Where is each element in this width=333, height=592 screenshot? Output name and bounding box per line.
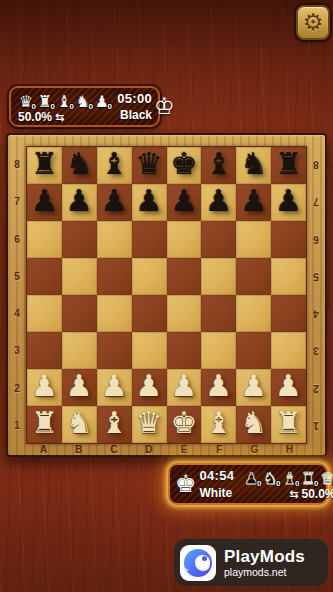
square-e6[interactable] (167, 221, 202, 258)
square-a6[interactable] (27, 221, 62, 258)
rank-label-2-left: 2 (8, 370, 26, 407)
square-e2[interactable]: ♟ (167, 369, 202, 406)
chess-app-screen: ⚙ ♛0♜0♝0♞0♟0 50.0% ⇆ 05:00 Black ♔ 87654… (0, 0, 333, 592)
black-captured-pieces: ♛0♜0♝0♞0♟0 (18, 91, 110, 110)
square-h6[interactable] (271, 221, 306, 258)
file-label-e: E (167, 444, 202, 455)
white-bishop-icon: ♝0 (56, 91, 72, 110)
square-a1[interactable]: ♜ (27, 406, 62, 443)
rank-label-8-left: 8 (8, 146, 26, 183)
square-c7[interactable]: ♟ (97, 184, 132, 221)
black-queen-piece[interactable]: ♛ (136, 148, 163, 178)
file-label-f: F (202, 444, 237, 455)
square-d1[interactable]: ♛ (132, 406, 167, 443)
white-knight-icon: ♞0 (75, 91, 91, 110)
white-pawn-piece[interactable]: ♟ (31, 370, 58, 400)
square-e5[interactable] (167, 258, 202, 295)
playmods-watermark[interactable]: ✦ PlayMods playmods.net (174, 539, 328, 586)
square-g1[interactable]: ♞ (236, 406, 271, 443)
white-queen-piece[interactable]: ♛ (136, 407, 163, 437)
square-b5[interactable] (62, 258, 97, 295)
square-b1[interactable]: ♞ (62, 406, 97, 443)
square-g2[interactable]: ♟ (236, 369, 271, 406)
white-clock: 04:54 (200, 468, 235, 483)
gear-icon: ⚙ (303, 11, 324, 34)
black-king-avatar-icon: ♔ (154, 91, 175, 122)
square-c2[interactable]: ♟ (97, 369, 132, 406)
square-g7[interactable]: ♟ (236, 184, 271, 221)
square-g3[interactable] (236, 332, 271, 369)
white-bishop-piece[interactable]: ♝ (101, 407, 128, 437)
rank-label-7-right: 7 (307, 183, 325, 220)
rank-label-7-left: 7 (8, 183, 26, 220)
square-d8[interactable]: ♛ (132, 147, 167, 184)
square-d2[interactable]: ♟ (132, 369, 167, 406)
file-label-c: C (96, 444, 131, 455)
rank-label-3-right: 3 (307, 332, 325, 369)
square-d5[interactable] (132, 258, 167, 295)
square-c8[interactable]: ♝ (97, 147, 132, 184)
square-e8[interactable]: ♚ (167, 147, 202, 184)
square-h1[interactable]: ♜ (271, 406, 306, 443)
rank-label-1-right: 1 (307, 407, 325, 444)
file-label-b: B (61, 444, 96, 455)
settings-button[interactable]: ⚙ (296, 5, 330, 40)
board-grid: ♜♞♝♛♚♝♞♜♟♟♟♟♟♟♟♟♟♟♟♟♟♟♟♟♜♞♝♛♚♝♞♜ (26, 146, 307, 444)
white-pawn-piece[interactable]: ♟ (101, 370, 128, 400)
playmods-logo-icon: ✦ (180, 545, 216, 581)
square-c6[interactable] (97, 221, 132, 258)
white-win-percent: 50.0% (301, 487, 333, 501)
rank-label-3-left: 3 (8, 332, 26, 369)
black-player-panel: ♛0♜0♝0♞0♟0 50.0% ⇆ 05:00 Black ♔ (9, 86, 160, 127)
chess-board: 87654321 87654321 ABCDEFGH ♜♞♝♛♚♝♞♜♟♟♟♟♟… (6, 133, 327, 457)
black-pawn-piece[interactable]: ♟ (170, 185, 197, 215)
white-knight-piece[interactable]: ♞ (66, 407, 93, 437)
square-b2[interactable]: ♟ (62, 369, 97, 406)
square-h4[interactable] (271, 295, 306, 332)
square-e7[interactable]: ♟ (167, 184, 202, 221)
white-pawn-piece[interactable]: ♟ (205, 370, 232, 400)
square-g5[interactable] (236, 258, 271, 295)
black-pawn-piece[interactable]: ♟ (66, 185, 93, 215)
black-rook-piece[interactable]: ♜ (31, 148, 58, 178)
rank-label-4-left: 4 (8, 295, 26, 332)
square-a8[interactable]: ♜ (27, 147, 62, 184)
black-bishop-piece[interactable]: ♝ (205, 148, 232, 178)
black-pawn-piece[interactable]: ♟ (101, 185, 128, 215)
white-rook-piece[interactable]: ♜ (275, 407, 302, 437)
white-king-piece[interactable]: ♚ (170, 407, 197, 437)
black-bishop-piece[interactable]: ♝ (101, 148, 128, 178)
black-pawn-piece[interactable]: ♟ (31, 185, 58, 215)
square-f7[interactable]: ♟ (201, 184, 236, 221)
white-pawn-piece[interactable]: ♟ (66, 370, 93, 400)
square-a5[interactable] (27, 258, 62, 295)
black-bishop-icon: ♝0 (282, 468, 298, 487)
white-captured-pieces: ♟0♞0♝0♜0♛0 (244, 468, 333, 487)
square-a2[interactable]: ♟ (27, 369, 62, 406)
square-e4[interactable] (167, 295, 202, 332)
white-pawn-piece[interactable]: ♟ (170, 370, 197, 400)
white-king-avatar-icon: ♚ (175, 468, 197, 500)
white-rook-piece[interactable]: ♜ (31, 407, 58, 437)
black-knight-piece[interactable]: ♞ (240, 148, 267, 178)
rank-label-5-right: 5 (307, 258, 325, 295)
white-pawn-icon: ♟0 (94, 91, 110, 110)
square-b3[interactable] (62, 332, 97, 369)
white-player-name: White (200, 486, 233, 500)
white-pawn-piece[interactable]: ♟ (240, 370, 267, 400)
square-a3[interactable] (27, 332, 62, 369)
square-b8[interactable]: ♞ (62, 147, 97, 184)
square-f5[interactable] (201, 258, 236, 295)
square-e1[interactable]: ♚ (167, 406, 202, 443)
rank-label-6-left: 6 (8, 221, 26, 258)
black-pawn-piece[interactable]: ♟ (240, 185, 267, 215)
square-h3[interactable] (271, 332, 306, 369)
rank-labels-left: 87654321 (8, 146, 26, 444)
black-pawn-piece[interactable]: ♟ (136, 185, 163, 215)
square-b7[interactable]: ♟ (62, 184, 97, 221)
square-c1[interactable]: ♝ (97, 406, 132, 443)
rank-labels-right: 87654321 (307, 146, 325, 444)
square-a7[interactable]: ♟ (27, 184, 62, 221)
white-rook-icon: ♜0 (37, 91, 53, 110)
square-h7[interactable]: ♟ (271, 184, 306, 221)
square-e3[interactable] (167, 332, 202, 369)
square-c5[interactable] (97, 258, 132, 295)
watermark-url: playmods.net (224, 566, 305, 578)
black-pawn-piece[interactable]: ♟ (275, 185, 302, 215)
rank-label-8-right: 8 (307, 146, 325, 183)
square-h8[interactable]: ♜ (271, 147, 306, 184)
swap-arrows-icon: ⇆ (289, 488, 298, 501)
file-label-g: G (237, 444, 272, 455)
square-d3[interactable] (132, 332, 167, 369)
rank-label-1-left: 1 (8, 407, 26, 444)
file-label-d: D (131, 444, 166, 455)
square-f4[interactable] (201, 295, 236, 332)
square-f8[interactable]: ♝ (201, 147, 236, 184)
square-g4[interactable] (236, 295, 271, 332)
black-rook-piece[interactable]: ♜ (275, 148, 302, 178)
square-d7[interactable]: ♟ (132, 184, 167, 221)
black-knight-icon: ♞0 (263, 468, 279, 487)
square-d4[interactable] (132, 295, 167, 332)
square-b4[interactable] (62, 295, 97, 332)
square-a4[interactable] (27, 295, 62, 332)
black-player-name: Black (120, 108, 152, 122)
black-queen-icon: ♛0 (320, 468, 333, 487)
rank-label-4-right: 4 (307, 295, 325, 332)
white-pawn-piece[interactable]: ♟ (275, 370, 302, 400)
square-b6[interactable] (62, 221, 97, 258)
rank-label-2-right: 2 (307, 370, 325, 407)
swap-arrows-icon: ⇆ (55, 111, 64, 124)
white-knight-piece[interactable]: ♞ (240, 407, 267, 437)
file-label-h: H (272, 444, 307, 455)
black-pawn-icon: ♟0 (244, 468, 260, 487)
square-g8[interactable]: ♞ (236, 147, 271, 184)
square-f3[interactable] (201, 332, 236, 369)
black-clock: 05:00 (117, 91, 152, 106)
rank-label-6-right: 6 (307, 221, 325, 258)
black-win-percent: 50.0% (18, 110, 52, 124)
square-d6[interactable] (132, 221, 167, 258)
white-pawn-piece[interactable]: ♟ (136, 370, 163, 400)
white-player-panel: ♚ 04:54 White ♟0♞0♝0♜0♛0 ⇆ 50.0% (168, 463, 328, 505)
square-f2[interactable]: ♟ (201, 369, 236, 406)
black-rook-icon: ♜0 (301, 468, 317, 487)
square-g6[interactable] (236, 221, 271, 258)
file-label-a: A (26, 444, 61, 455)
rank-label-5-left: 5 (8, 258, 26, 295)
square-c3[interactable] (97, 332, 132, 369)
black-king-piece[interactable]: ♚ (170, 148, 197, 178)
watermark-title: PlayMods (224, 547, 305, 567)
file-labels-bottom: ABCDEFGH (26, 444, 307, 455)
square-h5[interactable] (271, 258, 306, 295)
white-queen-icon: ♛0 (18, 91, 34, 110)
square-f1[interactable]: ♝ (201, 406, 236, 443)
square-f6[interactable] (201, 221, 236, 258)
square-c4[interactable] (97, 295, 132, 332)
square-h2[interactable]: ♟ (271, 369, 306, 406)
black-knight-piece[interactable]: ♞ (66, 148, 93, 178)
black-pawn-piece[interactable]: ♟ (205, 185, 232, 215)
white-bishop-piece[interactable]: ♝ (205, 407, 232, 437)
